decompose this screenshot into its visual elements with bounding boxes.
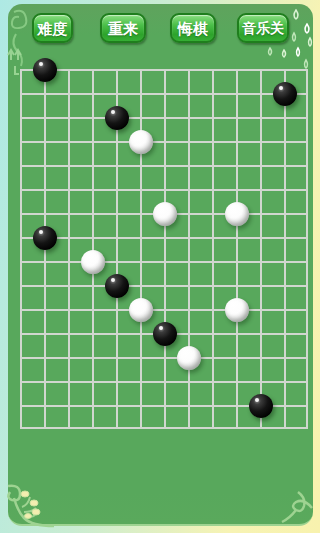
board-cell[interactable] — [212, 237, 236, 261]
board-cell[interactable] — [212, 117, 236, 141]
board-cell[interactable] — [284, 165, 308, 189]
board-cell[interactable] — [260, 117, 284, 141]
board-cell[interactable] — [68, 93, 92, 117]
board-cell[interactable] — [284, 213, 308, 237]
board-cell[interactable] — [68, 333, 92, 357]
board-cell[interactable] — [212, 93, 236, 117]
board-cell[interactable] — [188, 69, 212, 93]
board-cell[interactable] — [188, 141, 212, 165]
board-cell[interactable] — [164, 117, 188, 141]
music-toggle-button[interactable]: 音乐关 — [237, 13, 289, 43]
board-cell[interactable] — [92, 69, 116, 93]
white-stone — [177, 346, 201, 370]
board-cell[interactable] — [20, 309, 44, 333]
board-cell[interactable] — [260, 189, 284, 213]
board-cell[interactable] — [92, 405, 116, 429]
board-cell[interactable] — [92, 333, 116, 357]
board-cell[interactable] — [164, 69, 188, 93]
board-cell[interactable] — [20, 285, 44, 309]
board-cell[interactable] — [284, 237, 308, 261]
board-cell[interactable] — [284, 309, 308, 333]
white-stone — [129, 130, 153, 154]
board-cell[interactable] — [116, 357, 140, 381]
gomoku-board[interactable] — [20, 69, 310, 431]
board-cell[interactable] — [260, 285, 284, 309]
board-cell[interactable] — [68, 357, 92, 381]
black-stone — [105, 106, 129, 130]
board-cell[interactable] — [164, 237, 188, 261]
board-cell[interactable] — [164, 381, 188, 405]
board-cell[interactable] — [212, 141, 236, 165]
board-cell[interactable] — [236, 333, 260, 357]
board-cell[interactable] — [20, 141, 44, 165]
board-cell[interactable] — [212, 69, 236, 93]
board-cell[interactable] — [236, 237, 260, 261]
white-stone — [225, 298, 249, 322]
board-cell[interactable] — [284, 117, 308, 141]
board-cell[interactable] — [236, 357, 260, 381]
board-cell[interactable] — [20, 165, 44, 189]
board-cell[interactable] — [284, 381, 308, 405]
board-cell[interactable] — [68, 117, 92, 141]
board-cell[interactable] — [116, 381, 140, 405]
board-cell[interactable] — [68, 213, 92, 237]
board-cell[interactable] — [140, 69, 164, 93]
board-cell[interactable] — [44, 165, 68, 189]
board-cell[interactable] — [20, 405, 44, 429]
board-cell[interactable] — [116, 165, 140, 189]
black-stone — [249, 394, 273, 418]
board-cell[interactable] — [116, 69, 140, 93]
board-cell[interactable] — [260, 165, 284, 189]
board-cell[interactable] — [212, 381, 236, 405]
board-cell[interactable] — [92, 357, 116, 381]
restart-button[interactable]: 重来 — [100, 13, 146, 43]
board-cell[interactable] — [68, 285, 92, 309]
black-stone — [273, 82, 297, 106]
board-cell[interactable] — [44, 93, 68, 117]
board-cell[interactable] — [116, 213, 140, 237]
board-cell[interactable] — [260, 237, 284, 261]
board-cell[interactable] — [116, 237, 140, 261]
board-cell[interactable] — [236, 93, 260, 117]
board-cell[interactable] — [44, 285, 68, 309]
board-cell[interactable] — [260, 333, 284, 357]
board-cell[interactable] — [188, 381, 212, 405]
board-cell[interactable] — [44, 333, 68, 357]
board-cell[interactable] — [20, 261, 44, 285]
board-cell[interactable] — [212, 357, 236, 381]
difficulty-button[interactable]: 难度 — [32, 13, 73, 43]
board-cell[interactable] — [68, 165, 92, 189]
board-cell[interactable] — [260, 213, 284, 237]
board-cell[interactable] — [164, 405, 188, 429]
board-cell[interactable] — [140, 405, 164, 429]
board-cell[interactable] — [284, 141, 308, 165]
board-cell[interactable] — [44, 405, 68, 429]
board-cell[interactable] — [20, 117, 44, 141]
board-cell[interactable] — [140, 237, 164, 261]
board-cell[interactable] — [212, 165, 236, 189]
board-cell[interactable] — [44, 357, 68, 381]
board-cell[interactable] — [44, 141, 68, 165]
board-cell[interactable] — [92, 309, 116, 333]
board-cell[interactable] — [212, 405, 236, 429]
board-cell[interactable] — [164, 93, 188, 117]
undo-button[interactable]: 悔棋 — [170, 13, 216, 43]
board-cell[interactable] — [68, 141, 92, 165]
board-cell[interactable] — [188, 285, 212, 309]
board-cell[interactable] — [284, 333, 308, 357]
board-cell[interactable] — [20, 333, 44, 357]
board-cell[interactable] — [20, 381, 44, 405]
board-cell[interactable] — [164, 165, 188, 189]
board-cell[interactable] — [164, 141, 188, 165]
black-stone — [33, 226, 57, 250]
board-cell[interactable] — [188, 93, 212, 117]
board-cell[interactable] — [44, 261, 68, 285]
board-cell[interactable] — [236, 165, 260, 189]
board-cell[interactable] — [188, 405, 212, 429]
board-cell[interactable] — [140, 381, 164, 405]
board-cell[interactable] — [284, 285, 308, 309]
white-stone — [225, 202, 249, 226]
board-cell[interactable] — [140, 261, 164, 285]
board-cell[interactable] — [284, 261, 308, 285]
board-cell[interactable] — [188, 165, 212, 189]
board-cell[interactable] — [20, 189, 44, 213]
board-cell[interactable] — [260, 141, 284, 165]
app-screen: 难度 重来 悔棋 音乐关 — [0, 0, 320, 533]
board-cell[interactable] — [68, 69, 92, 93]
board-cell[interactable] — [68, 381, 92, 405]
board-cell[interactable] — [44, 117, 68, 141]
board-cell[interactable] — [20, 357, 44, 381]
board-cell[interactable] — [236, 117, 260, 141]
board-cell[interactable] — [92, 213, 116, 237]
board-cell[interactable] — [140, 93, 164, 117]
board-cell[interactable] — [284, 405, 308, 429]
board-cell[interactable] — [188, 213, 212, 237]
board-cell[interactable] — [260, 261, 284, 285]
black-stone — [153, 322, 177, 346]
board-cell[interactable] — [116, 333, 140, 357]
board-cell[interactable] — [260, 309, 284, 333]
board-cell[interactable] — [44, 309, 68, 333]
board-cell[interactable] — [164, 285, 188, 309]
board-cell[interactable] — [164, 261, 188, 285]
black-stone — [105, 274, 129, 298]
board-cell[interactable] — [284, 357, 308, 381]
board-cell[interactable] — [212, 333, 236, 357]
white-stone — [81, 250, 105, 274]
board-cell[interactable] — [116, 405, 140, 429]
board-cell[interactable] — [92, 189, 116, 213]
board-cell[interactable] — [188, 309, 212, 333]
board-cell[interactable] — [68, 405, 92, 429]
board-cell[interactable] — [68, 309, 92, 333]
white-stone — [129, 298, 153, 322]
board-cell[interactable] — [116, 189, 140, 213]
board-cell[interactable] — [44, 381, 68, 405]
board-cell[interactable] — [236, 69, 260, 93]
board-cell[interactable] — [140, 357, 164, 381]
board-cell[interactable] — [236, 261, 260, 285]
black-stone — [33, 58, 57, 82]
board-cell[interactable] — [284, 189, 308, 213]
board-cell[interactable] — [140, 165, 164, 189]
board-cell[interactable] — [92, 141, 116, 165]
white-stone — [153, 202, 177, 226]
board-cell[interactable] — [68, 189, 92, 213]
board-cell[interactable] — [92, 381, 116, 405]
board-cell[interactable] — [188, 261, 212, 285]
board-cell[interactable] — [44, 189, 68, 213]
board-cell[interactable] — [20, 93, 44, 117]
board-cell[interactable] — [188, 117, 212, 141]
board-cell[interactable] — [260, 357, 284, 381]
board-cell[interactable] — [188, 189, 212, 213]
board-cell[interactable] — [188, 237, 212, 261]
board-cell[interactable] — [236, 141, 260, 165]
board-cell[interactable] — [92, 165, 116, 189]
board-cell[interactable] — [212, 261, 236, 285]
